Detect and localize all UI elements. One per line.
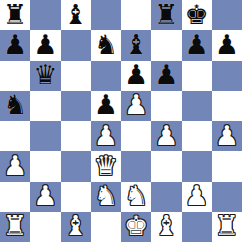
white-knight: ♞ [94,182,118,209]
square-e7[interactable]: ♝ [121,30,151,60]
square-b1[interactable] [30,212,60,242]
square-f6[interactable]: ♟ [151,61,181,91]
square-e2[interactable]: ♞ [121,182,151,212]
square-d8[interactable] [91,0,121,30]
black-queen: ♛ [33,61,57,88]
black-knight: ♞ [94,31,118,58]
square-f2[interactable] [151,182,181,212]
square-b7[interactable]: ♟ [30,30,60,60]
square-h5[interactable] [212,91,242,121]
black-pawn: ♟ [3,31,27,58]
square-a3[interactable]: ♟ [0,151,30,181]
square-a2[interactable] [0,182,30,212]
square-h3[interactable] [212,151,242,181]
black-rook: ♜ [154,1,178,28]
square-d7[interactable]: ♞ [91,30,121,60]
square-c5[interactable] [61,91,91,121]
black-pawn: ♟ [185,31,209,58]
square-d5[interactable]: ♟ [91,91,121,121]
square-b8[interactable] [30,0,60,30]
square-a8[interactable]: ♜ [0,0,30,30]
black-knight: ♞ [3,91,27,118]
square-c7[interactable] [61,30,91,60]
square-d1[interactable] [91,212,121,242]
square-b2[interactable]: ♟ [30,182,60,212]
square-e1[interactable]: ♚ [121,212,151,242]
square-b5[interactable] [30,91,60,121]
black-pawn: ♟ [33,31,57,58]
square-c8[interactable]: ♝ [61,0,91,30]
square-f1[interactable]: ♝ [151,212,181,242]
square-a4[interactable] [0,121,30,151]
black-pawn: ♟ [154,61,178,88]
white-pawn: ♟ [154,122,178,149]
white-king: ♚ [124,212,148,239]
square-g2[interactable]: ♟ [182,182,212,212]
square-h4[interactable]: ♟ [212,121,242,151]
square-b6[interactable]: ♛ [30,61,60,91]
square-d3[interactable]: ♛ [91,151,121,181]
square-d4[interactable]: ♟ [91,121,121,151]
square-f7[interactable] [151,30,181,60]
square-f5[interactable] [151,91,181,121]
square-f3[interactable] [151,151,181,181]
square-g7[interactable]: ♟ [182,30,212,60]
square-b4[interactable] [30,121,60,151]
square-h2[interactable] [212,182,242,212]
square-c4[interactable] [61,121,91,151]
square-a5[interactable]: ♞ [0,91,30,121]
square-e8[interactable] [121,0,151,30]
square-c1[interactable]: ♝ [61,212,91,242]
black-bishop: ♝ [124,31,148,58]
black-pawn: ♟ [124,61,148,88]
black-pawn: ♟ [215,31,239,58]
white-pawn: ♟ [124,91,148,118]
square-g4[interactable] [182,121,212,151]
square-e5[interactable]: ♟ [121,91,151,121]
white-bishop: ♝ [154,212,178,239]
white-rook: ♜ [3,212,27,239]
square-g8[interactable]: ♚ [182,0,212,30]
square-h6[interactable] [212,61,242,91]
square-e6[interactable]: ♟ [121,61,151,91]
chess-board: ♜♝♜♚♟♟♞♝♟♟♛♟♟♞♟♟♟♟♟♟♛♟♞♞♟♜♝♚♝♜ [0,0,242,242]
square-g6[interactable] [182,61,212,91]
square-c6[interactable] [61,61,91,91]
black-king: ♚ [185,1,209,28]
square-f8[interactable]: ♜ [151,0,181,30]
white-pawn: ♟ [185,182,209,209]
white-bishop: ♝ [64,212,88,239]
square-h8[interactable] [212,0,242,30]
square-b3[interactable] [30,151,60,181]
black-pawn: ♟ [94,91,118,118]
white-queen: ♛ [94,152,118,179]
square-h7[interactable]: ♟ [212,30,242,60]
square-e4[interactable] [121,121,151,151]
white-pawn: ♟ [94,122,118,149]
square-c3[interactable] [61,151,91,181]
white-pawn: ♟ [215,122,239,149]
square-a1[interactable]: ♜ [0,212,30,242]
white-knight: ♞ [124,182,148,209]
square-g5[interactable] [182,91,212,121]
black-rook: ♜ [3,1,27,28]
square-d2[interactable]: ♞ [91,182,121,212]
black-bishop: ♝ [64,1,88,28]
square-h1[interactable]: ♜ [212,212,242,242]
white-pawn: ♟ [33,182,57,209]
square-a7[interactable]: ♟ [0,30,30,60]
white-pawn: ♟ [3,152,27,179]
white-rook: ♜ [215,212,239,239]
square-g1[interactable] [182,212,212,242]
square-g3[interactable] [182,151,212,181]
square-e3[interactable] [121,151,151,181]
square-d6[interactable] [91,61,121,91]
square-f4[interactable]: ♟ [151,121,181,151]
square-a6[interactable] [0,61,30,91]
square-c2[interactable] [61,182,91,212]
